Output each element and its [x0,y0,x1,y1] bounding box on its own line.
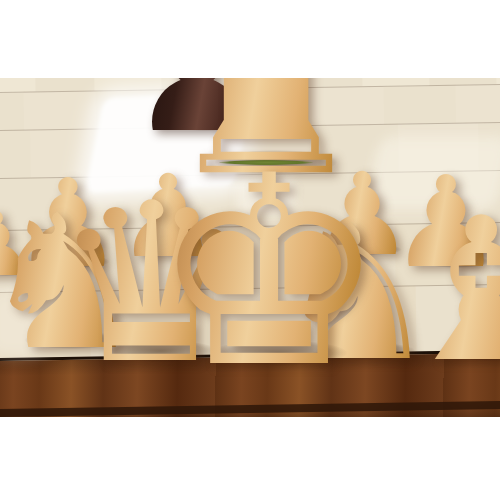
chess-board-photo: ♟♜♟♟♟♟♟♞♛♞♝♚ [0,78,500,417]
product-photo: ♟♜♟♟♟♟♟♞♛♞♝♚ [0,0,500,500]
light-bishop: ♝ [392,192,500,390]
light-king: ♚ [152,142,387,404]
